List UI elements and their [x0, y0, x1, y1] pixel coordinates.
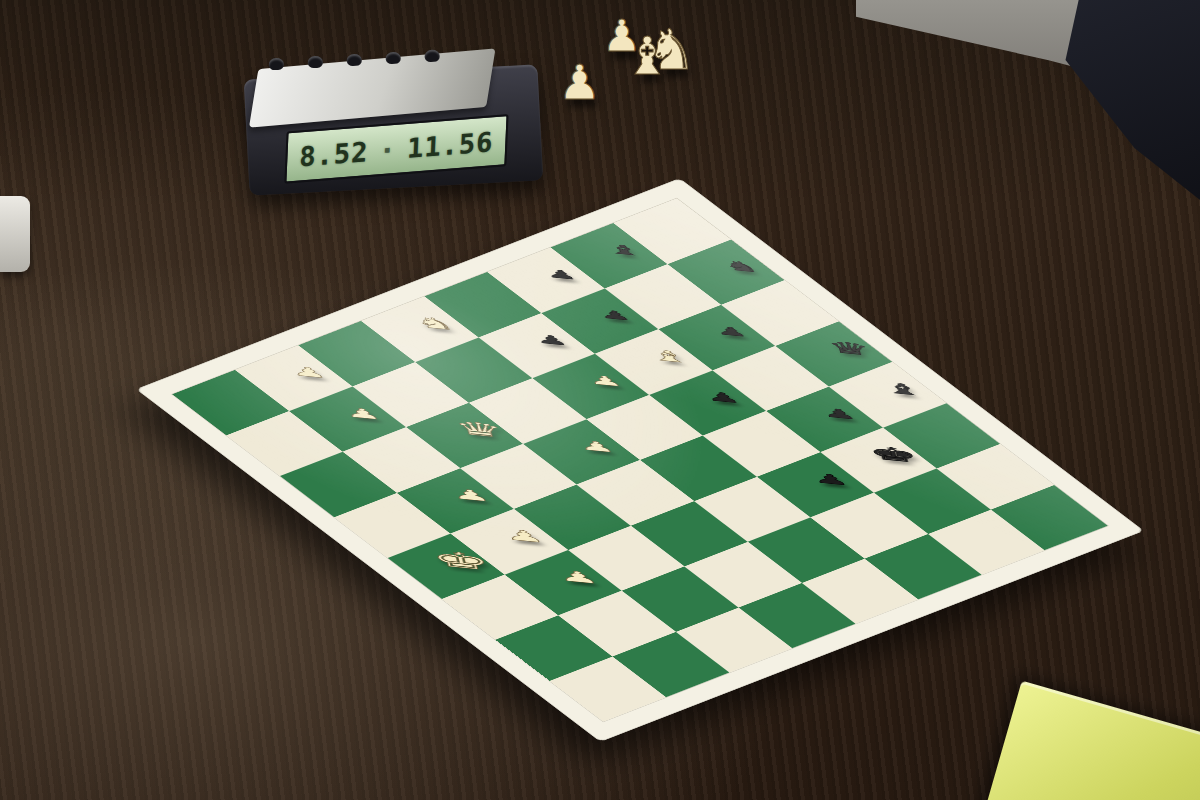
clock-button[interactable]	[308, 56, 324, 69]
clock-button[interactable]	[424, 49, 440, 62]
captured-white-pawn[interactable]: ♟	[558, 58, 601, 106]
clock-separator-icon: ▪	[383, 142, 392, 157]
captured-tray: ♟♟♝♞	[540, 0, 710, 150]
black-bishop[interactable]: ♝	[858, 371, 948, 406]
black-time: 11.56	[406, 126, 494, 164]
captured-white-knight[interactable]: ♞	[646, 22, 696, 78]
clock-button[interactable]	[346, 54, 362, 67]
clock-button[interactable]	[385, 52, 401, 65]
white-time: 8.52	[299, 136, 369, 173]
digital-chess-clock[interactable]: 8.52 ▪ 11.56	[243, 46, 544, 195]
clock-button[interactable]	[269, 58, 285, 71]
black-queen[interactable]: ♛	[804, 330, 894, 365]
table-edge-object	[0, 196, 30, 272]
black-knight[interactable]: ♞	[696, 249, 786, 284]
